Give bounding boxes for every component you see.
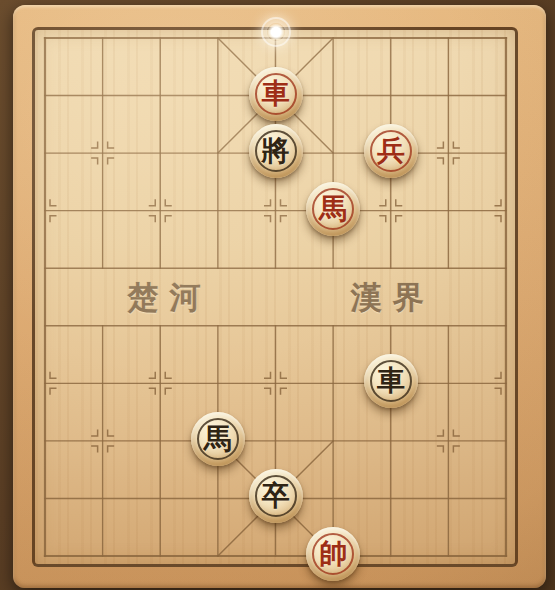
move-highlight-icon [267,23,285,41]
piece-black-general[interactable]: 將 [249,124,303,178]
piece-black-horse[interactable]: 馬 [191,412,245,466]
river-label-right: 漢界 [339,278,435,316]
piece-glyph: 車 [249,67,303,121]
piece-glyph: 卒 [249,469,303,523]
piece-black-soldier[interactable]: 卒 [249,469,303,523]
piece-glyph: 車 [364,354,418,408]
xiangqi-board[interactable]: 楚河 漢界 車將兵馬車馬卒帥 [13,5,546,588]
piece-glyph: 兵 [364,124,418,178]
piece-glyph: 馬 [191,412,245,466]
piece-black-chariot[interactable]: 車 [364,354,418,408]
app-background: 楚河 漢界 車將兵馬車馬卒帥 [0,0,555,590]
piece-glyph: 帥 [306,527,360,581]
piece-red-soldier[interactable]: 兵 [364,124,418,178]
piece-glyph: 馬 [306,182,360,236]
piece-red-chariot[interactable]: 車 [249,67,303,121]
river-label-left: 楚河 [116,278,212,316]
piece-red-horse[interactable]: 馬 [306,182,360,236]
piece-glyph: 將 [249,124,303,178]
piece-red-general[interactable]: 帥 [306,527,360,581]
